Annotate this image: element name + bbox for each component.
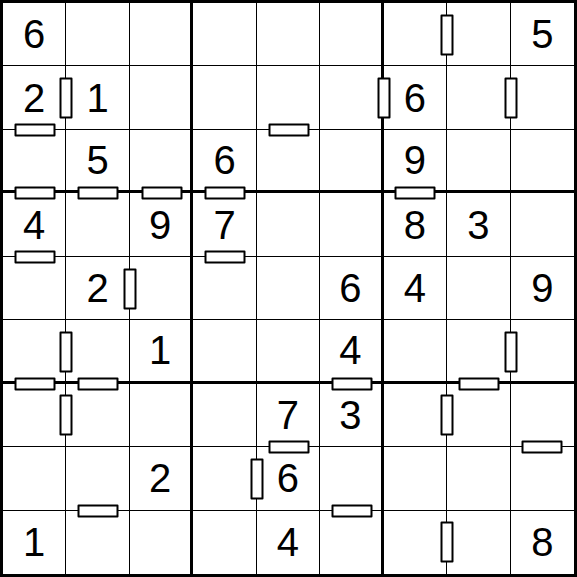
given-digit-r8c5[interactable]: 6 (257, 447, 320, 510)
consecutive-marker-v-r2c8 (504, 78, 517, 119)
cell-r3c6[interactable] (320, 130, 383, 193)
consecutive-marker-h-r3c1 (14, 187, 55, 200)
given-digit-r1c1[interactable]: 6 (3, 3, 66, 66)
cell-r6c8[interactable] (447, 320, 510, 383)
cell-r8c4[interactable] (193, 447, 256, 510)
given-digit-r2c7[interactable]: 6 (384, 66, 447, 129)
consecutive-marker-v-r2c1 (60, 78, 73, 119)
given-digit-r1c9[interactable]: 5 (511, 3, 574, 66)
given-digit-r5c9[interactable]: 9 (511, 257, 574, 320)
cell-r6c1[interactable] (3, 320, 66, 383)
given-digit-r4c7[interactable]: 8 (384, 193, 447, 256)
cell-r8c1[interactable] (3, 447, 66, 510)
given-digit-r2c1[interactable]: 2 (3, 66, 66, 129)
consecutive-marker-v-r7c1 (60, 395, 73, 436)
given-digit-r3c2[interactable]: 5 (66, 130, 129, 193)
given-digit-r9c9[interactable]: 8 (511, 511, 574, 574)
consecutive-marker-h-r8c2 (78, 504, 119, 517)
cell-r3c1[interactable] (3, 130, 66, 193)
cell-r4c2[interactable] (66, 193, 129, 256)
cell-r7c7[interactable] (384, 384, 447, 447)
cell-r6c9[interactable] (511, 320, 574, 383)
cell-r9c3[interactable] (130, 511, 193, 574)
cell-r9c8[interactable] (447, 511, 510, 574)
cell-r6c4[interactable] (193, 320, 256, 383)
cell-r9c2[interactable] (66, 511, 129, 574)
sudoku-board: 65216569497832649147326148 (0, 0, 577, 577)
cell-r2c3[interactable] (130, 66, 193, 129)
cell-r6c5[interactable] (257, 320, 320, 383)
cell-r1c8[interactable] (447, 3, 510, 66)
cell-r2c4[interactable] (193, 66, 256, 129)
cell-r4c9[interactable] (511, 193, 574, 256)
consecutive-marker-h-r6c2 (78, 377, 119, 390)
given-digit-r6c3[interactable]: 1 (130, 320, 193, 383)
given-digit-r6c6[interactable]: 4 (320, 320, 383, 383)
cell-r5c8[interactable] (447, 257, 510, 320)
cell-r3c5[interactable] (257, 130, 320, 193)
cell-r2c8[interactable] (447, 66, 510, 129)
cell-r8c7[interactable] (384, 447, 447, 510)
given-digit-r5c7[interactable]: 4 (384, 257, 447, 320)
consecutive-marker-h-r6c6 (331, 377, 372, 390)
given-digit-r3c4[interactable]: 6 (193, 130, 256, 193)
cell-r7c3[interactable] (130, 384, 193, 447)
cell-r1c7[interactable] (384, 3, 447, 66)
consecutive-marker-h-r2c1 (14, 123, 55, 136)
consecutive-marker-h-r4c1 (14, 250, 55, 263)
cell-r1c4[interactable] (193, 3, 256, 66)
cell-r9c6[interactable] (320, 511, 383, 574)
consecutive-marker-h-r7c5 (268, 441, 309, 454)
cell-r1c6[interactable] (320, 3, 383, 66)
cell-r1c3[interactable] (130, 3, 193, 66)
cell-r3c9[interactable] (511, 130, 574, 193)
cell-r6c7[interactable] (384, 320, 447, 383)
cell-r7c8[interactable] (447, 384, 510, 447)
consecutive-marker-h-r6c8 (458, 377, 499, 390)
consecutive-marker-h-r3c7 (395, 187, 436, 200)
cell-r9c7[interactable] (384, 511, 447, 574)
cell-r5c1[interactable] (3, 257, 66, 320)
consecutive-marker-v-r9c7 (441, 522, 454, 563)
cell-r4c6[interactable] (320, 193, 383, 256)
consecutive-marker-v-r7c7 (441, 395, 454, 436)
given-digit-r5c2[interactable]: 2 (66, 257, 129, 320)
cell-r7c4[interactable] (193, 384, 256, 447)
given-digit-r3c7[interactable]: 9 (384, 130, 447, 193)
cell-r8c2[interactable] (66, 447, 129, 510)
cell-r2c5[interactable] (257, 66, 320, 129)
consecutive-marker-v-r2c6 (377, 78, 390, 119)
consecutive-marker-v-r5c2 (123, 268, 136, 309)
consecutive-marker-h-r6c1 (14, 377, 55, 390)
cell-r9c4[interactable] (193, 511, 256, 574)
given-digit-r4c1[interactable]: 4 (3, 193, 66, 256)
cell-r4c5[interactable] (257, 193, 320, 256)
given-digit-r8c3[interactable]: 2 (130, 447, 193, 510)
cell-r8c9[interactable] (511, 447, 574, 510)
consecutive-marker-v-r6c8 (504, 331, 517, 372)
consecutive-marker-v-r1c7 (441, 14, 454, 55)
given-digit-r5c6[interactable]: 6 (320, 257, 383, 320)
cell-r5c4[interactable] (193, 257, 256, 320)
cell-r7c9[interactable] (511, 384, 574, 447)
given-digit-r9c1[interactable]: 1 (3, 511, 66, 574)
consecutive-marker-h-r8c6 (331, 504, 372, 517)
cell-r2c9[interactable] (511, 66, 574, 129)
cell-r8c6[interactable] (320, 447, 383, 510)
consecutive-marker-v-r6c1 (60, 331, 73, 372)
cell-r7c2[interactable] (66, 384, 129, 447)
given-digit-r4c3[interactable]: 9 (130, 193, 193, 256)
cell-r5c3[interactable] (130, 257, 193, 320)
given-digit-r9c5[interactable]: 4 (257, 511, 320, 574)
given-digit-r7c5[interactable]: 7 (257, 384, 320, 447)
given-digit-r4c8[interactable]: 3 (447, 193, 510, 256)
consecutive-marker-h-r3c2 (78, 187, 119, 200)
cell-r6c2[interactable] (66, 320, 129, 383)
given-digit-r4c4[interactable]: 7 (193, 193, 256, 256)
cell-r5c5[interactable] (257, 257, 320, 320)
cell-r1c5[interactable] (257, 3, 320, 66)
cell-r3c3[interactable] (130, 130, 193, 193)
given-digit-r2c2[interactable]: 1 (66, 66, 129, 129)
consecutive-marker-h-r2c5 (268, 123, 309, 136)
cell-r1c2[interactable] (66, 3, 129, 66)
consecutive-marker-v-r8c4 (250, 458, 263, 499)
consecutive-marker-h-r3c4 (205, 187, 246, 200)
consecutive-marker-h-r4c4 (205, 250, 246, 263)
consecutive-marker-h-r3c3 (141, 187, 182, 200)
consecutive-marker-h-r7c9 (522, 441, 563, 454)
cell-r8c8[interactable] (447, 447, 510, 510)
cell-r2c6[interactable] (320, 66, 383, 129)
cell-r7c1[interactable] (3, 384, 66, 447)
given-digit-r7c6[interactable]: 3 (320, 384, 383, 447)
cell-r3c8[interactable] (447, 130, 510, 193)
